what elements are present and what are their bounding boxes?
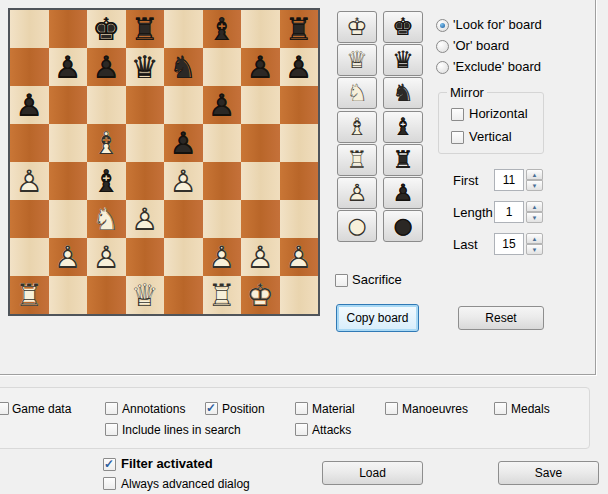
last-spin-down-icon[interactable]: ▼ (526, 244, 543, 255)
last-input[interactable]: 15 (494, 233, 524, 255)
black-piece-glyph: ♝ (203, 10, 242, 48)
sacrifice-checkbox[interactable] (335, 274, 348, 287)
white-piece-glyph: ♖ (338, 145, 376, 175)
piece-button-black-any[interactable]: ●○ (383, 210, 423, 242)
search-options-panel (0, 387, 590, 449)
board-grid: ♚♔♜♖♝♗♜♖♟♙♟♙♛♕♞♘♟♙♟♙♟♙♟♙♝♗♟♙♟♙♝♗♟♙♞♘♟♙♟♙… (10, 10, 318, 314)
white-piece-glyph: ♗ (87, 124, 126, 162)
white-piece-glyph: ♜ (203, 276, 242, 314)
black-piece-glyph: ♙ (280, 48, 319, 86)
square-f4[interactable] (203, 162, 242, 200)
square-e5[interactable]: ♟♙ (164, 124, 203, 162)
square-h6[interactable] (280, 86, 319, 124)
square-d4[interactable] (126, 162, 165, 200)
medals-checkbox[interactable] (494, 402, 507, 415)
radio-look-for-board[interactable] (436, 19, 449, 32)
square-c6[interactable] (87, 86, 126, 124)
white-piece-glyph: ♟ (164, 162, 203, 200)
square-c4[interactable]: ♝♗ (87, 162, 126, 200)
black-piece-glyph: ♗ (87, 162, 126, 200)
black-piece-glyph: ♛ (126, 48, 165, 86)
square-d8[interactable]: ♜♖ (126, 10, 165, 48)
square-h8[interactable]: ♜♖ (280, 10, 319, 48)
square-f5[interactable] (203, 124, 242, 162)
black-piece-glyph: ♚ (384, 12, 422, 42)
black-piece-glyph: ♟ (49, 48, 88, 86)
white-piece-glyph: ♝ (338, 112, 376, 142)
white-piece-glyph: ♙ (87, 238, 126, 276)
length-spin-up-icon[interactable]: ▲ (526, 201, 543, 212)
square-f7[interactable] (203, 48, 242, 86)
white-piece-glyph: ♟ (49, 238, 88, 276)
piece-button-white-rook[interactable]: ♜♖ (337, 144, 377, 176)
square-b2[interactable]: ♟♙ (49, 238, 88, 276)
square-h3[interactable] (280, 200, 319, 238)
square-e3[interactable] (164, 200, 203, 238)
black-piece-glyph: ♟ (203, 86, 242, 124)
black-piece-glyph: ♙ (203, 86, 242, 124)
filter-activated-checkbox[interactable] (103, 458, 116, 471)
white-piece-glyph: ♙ (164, 162, 203, 200)
black-piece-glyph: ♟ (10, 86, 49, 124)
square-f1[interactable]: ♜♖ (203, 276, 242, 314)
square-g4[interactable] (241, 162, 280, 200)
mirror-groupbox (438, 92, 544, 154)
black-piece-glyph: ♟ (87, 48, 126, 86)
mirror-horizontal-checkbox[interactable] (451, 108, 464, 121)
square-a5[interactable] (10, 124, 49, 162)
black-piece-glyph: ♗ (203, 10, 242, 48)
black-piece-glyph: ♞ (164, 48, 203, 86)
square-a3[interactable] (10, 200, 49, 238)
square-g7[interactable]: ♟♙ (241, 48, 280, 86)
piece-button-white-any[interactable]: ●○ (337, 210, 377, 242)
white-piece-glyph: ♟ (10, 162, 49, 200)
square-f6[interactable]: ♟♙ (203, 86, 242, 124)
black-piece-glyph: ♙ (87, 48, 126, 86)
length-input[interactable]: 1 (494, 201, 524, 223)
square-b5[interactable] (49, 124, 88, 162)
include-lines-checkbox[interactable] (105, 423, 118, 436)
white-piece-glyph: ♝ (87, 124, 126, 162)
white-piece-glyph: ♖ (203, 276, 242, 314)
square-g5[interactable] (241, 124, 280, 162)
white-piece-glyph: ○ (338, 211, 376, 241)
square-c2[interactable]: ♟♙ (87, 238, 126, 276)
square-d7[interactable]: ♛♕ (126, 48, 165, 86)
white-piece-glyph: ● (338, 211, 376, 241)
square-h2[interactable]: ♟♙ (280, 238, 319, 276)
white-piece-glyph: ♟ (280, 238, 319, 276)
piece-button-black-rook[interactable]: ♜♖ (383, 144, 423, 176)
square-b3[interactable] (49, 200, 88, 238)
square-d1[interactable]: ♛♕ (126, 276, 165, 314)
black-piece-glyph: ♝ (384, 112, 422, 142)
last-spinner: ▲ ▼ (526, 233, 543, 255)
square-d6[interactable] (126, 86, 165, 124)
square-c5[interactable]: ♝♗ (87, 124, 126, 162)
last-spin-up-icon[interactable]: ▲ (526, 233, 543, 244)
square-c8[interactable]: ♚♔ (87, 10, 126, 48)
material-checkbox[interactable] (295, 402, 308, 415)
piece-button-white-king[interactable]: ♚♔ (337, 11, 377, 43)
first-spin-up-icon[interactable]: ▲ (526, 169, 543, 180)
square-d3[interactable]: ♟♙ (126, 200, 165, 238)
black-piece-glyph: ♙ (384, 178, 422, 208)
filter-activated-label: Filter activated (121, 457, 213, 471)
white-piece-glyph: ♙ (10, 162, 49, 200)
piece-button-black-pawn[interactable]: ♟♙ (383, 177, 423, 209)
first-spinner: ▲ ▼ (526, 169, 543, 191)
black-piece-glyph: ♕ (384, 45, 422, 75)
mirror-title: Mirror (447, 86, 487, 99)
black-piece-glyph: ♟ (384, 178, 422, 208)
white-piece-glyph: ♟ (338, 178, 376, 208)
square-g8[interactable] (241, 10, 280, 48)
square-c3[interactable]: ♞♘ (87, 200, 126, 238)
radio-or-board[interactable] (436, 40, 449, 53)
square-h1[interactable] (280, 276, 319, 314)
square-a7[interactable] (10, 48, 49, 86)
square-e7[interactable]: ♞♘ (164, 48, 203, 86)
white-piece-glyph: ♙ (280, 238, 319, 276)
material-label: Material (312, 402, 355, 416)
sacrifice-label: Sacrifice (352, 273, 402, 287)
black-piece-glyph: ♙ (49, 48, 88, 86)
square-a4[interactable]: ♟♙ (10, 162, 49, 200)
square-g1[interactable]: ♚♔ (241, 276, 280, 314)
square-c7[interactable]: ♟♙ (87, 48, 126, 86)
first-label: First (453, 174, 478, 188)
position-label: Position (222, 402, 265, 416)
white-piece-glyph: ♟ (126, 200, 165, 238)
black-piece-glyph: ○ (384, 211, 422, 241)
white-piece-glyph: ♛ (338, 45, 376, 75)
black-piece-glyph: ♔ (87, 10, 126, 48)
white-piece-glyph: ♞ (87, 200, 126, 238)
square-e1[interactable] (164, 276, 203, 314)
white-piece-glyph: ♟ (203, 238, 242, 276)
annotations-checkbox[interactable] (105, 402, 118, 415)
square-e6[interactable] (164, 86, 203, 124)
square-f8[interactable]: ♝♗ (203, 10, 242, 48)
white-piece-glyph: ♕ (338, 45, 376, 75)
load-button[interactable]: Load (322, 461, 423, 485)
square-a2[interactable] (10, 238, 49, 276)
length-spinner: ▲ ▼ (526, 201, 543, 223)
black-piece-glyph: ♚ (87, 10, 126, 48)
first-spin-down-icon[interactable]: ▼ (526, 180, 543, 191)
annotations-label: Annotations (122, 402, 185, 416)
black-piece-glyph: ♕ (126, 48, 165, 86)
save-button[interactable]: Save (498, 461, 599, 485)
white-piece-glyph: ♚ (241, 276, 280, 314)
include-lines-label: Include lines in search (122, 423, 241, 437)
white-piece-glyph: ♙ (203, 238, 242, 276)
square-d2[interactable] (126, 238, 165, 276)
square-f3[interactable] (203, 200, 242, 238)
square-a8[interactable] (10, 10, 49, 48)
black-piece-glyph: ♜ (280, 10, 319, 48)
manoeuvres-label: Manoeuvres (402, 402, 468, 416)
mirror-vertical-label: Vertical (469, 130, 512, 144)
square-c1[interactable] (87, 276, 126, 314)
white-piece-glyph: ♟ (87, 238, 126, 276)
white-piece-glyph: ♛ (126, 276, 165, 314)
radio-look-for-label: 'Look for' board (453, 18, 542, 32)
black-piece-glyph: ♟ (280, 48, 319, 86)
square-f2[interactable]: ♟♙ (203, 238, 242, 276)
square-e2[interactable] (164, 238, 203, 276)
black-piece-glyph: ♖ (280, 10, 319, 48)
attacks-checkbox[interactable] (295, 423, 308, 436)
square-h4[interactable] (280, 162, 319, 200)
black-piece-glyph: ♟ (164, 124, 203, 162)
white-piece-glyph: ♚ (338, 12, 376, 42)
white-piece-glyph: ♔ (338, 12, 376, 42)
square-e4[interactable]: ♟♙ (164, 162, 203, 200)
black-piece-glyph: ♞ (384, 78, 422, 108)
square-h7[interactable]: ♟♙ (280, 48, 319, 86)
square-g2[interactable]: ♟♙ (241, 238, 280, 276)
black-piece-glyph: ♙ (241, 48, 280, 86)
last-label: Last (453, 238, 478, 252)
black-piece-glyph: ♙ (10, 86, 49, 124)
always-advanced-checkbox[interactable] (103, 477, 116, 490)
white-piece-glyph: ♙ (241, 238, 280, 276)
white-piece-glyph: ♘ (87, 200, 126, 238)
piece-button-white-queen[interactable]: ♛♕ (337, 44, 377, 76)
white-piece-glyph: ♙ (126, 200, 165, 238)
piece-button-white-bishop[interactable]: ♝♗ (337, 111, 377, 143)
radio-exclude-label: 'Exclude' board (453, 60, 541, 74)
square-b7[interactable]: ♟♙ (49, 48, 88, 86)
square-g6[interactable] (241, 86, 280, 124)
attacks-label: Attacks (312, 423, 351, 437)
square-b1[interactable] (49, 276, 88, 314)
chess-board[interactable]: ♚♔♜♖♝♗♜♖♟♙♟♙♛♕♞♘♟♙♟♙♟♙♟♙♝♗♟♙♟♙♝♗♟♙♞♘♟♙♟♙… (8, 8, 320, 316)
piece-button-black-queen[interactable]: ♛♕ (383, 44, 423, 76)
manoeuvres-checkbox[interactable] (385, 402, 398, 415)
black-piece-glyph: ♘ (164, 48, 203, 86)
white-piece-glyph: ♜ (338, 145, 376, 175)
white-piece-glyph: ♘ (338, 78, 376, 108)
piece-button-black-knight[interactable]: ♞♘ (383, 77, 423, 109)
piece-button-black-bishop[interactable]: ♝♗ (383, 111, 423, 143)
game-data-checkbox[interactable] (0, 402, 9, 415)
white-piece-glyph: ♟ (241, 238, 280, 276)
square-b4[interactable] (49, 162, 88, 200)
black-piece-glyph: ● (384, 211, 422, 241)
position-checkbox[interactable] (205, 402, 218, 415)
white-piece-glyph: ♜ (10, 276, 49, 314)
square-e8[interactable] (164, 10, 203, 48)
black-piece-glyph: ♖ (384, 145, 422, 175)
always-advanced-label: Always advanced dialog (121, 477, 250, 491)
mirror-vertical-checkbox[interactable] (451, 131, 464, 144)
length-label: Length (453, 206, 493, 220)
black-piece-glyph: ♜ (384, 145, 422, 175)
white-piece-glyph: ♔ (241, 276, 280, 314)
radio-or-label: 'Or' board (453, 39, 509, 53)
square-b8[interactable] (49, 10, 88, 48)
radio-exclude-board[interactable] (436, 61, 449, 74)
first-input[interactable]: 11 (494, 169, 524, 191)
square-b6[interactable] (49, 86, 88, 124)
black-piece-glyph: ♘ (384, 78, 422, 108)
black-piece-glyph: ♔ (384, 12, 422, 42)
white-piece-glyph: ♕ (126, 276, 165, 314)
medals-label: Medals (511, 402, 550, 416)
square-h5[interactable] (280, 124, 319, 162)
reset-button[interactable]: Reset (458, 306, 544, 330)
square-d5[interactable] (126, 124, 165, 162)
black-piece-glyph: ♖ (126, 10, 165, 48)
square-a6[interactable]: ♟♙ (10, 86, 49, 124)
copy-board-button[interactable]: Copy board (336, 304, 419, 332)
square-a1[interactable]: ♜♖ (10, 276, 49, 314)
game-data-label: Game data (12, 402, 71, 416)
white-piece-glyph: ♙ (49, 238, 88, 276)
piece-button-black-king[interactable]: ♚♔ (383, 11, 423, 43)
white-piece-glyph: ♖ (10, 276, 49, 314)
mirror-horizontal-label: Horizontal (469, 107, 528, 121)
black-piece-glyph: ♛ (384, 45, 422, 75)
black-piece-glyph: ♗ (384, 112, 422, 142)
piece-button-white-knight[interactable]: ♞♘ (337, 77, 377, 109)
white-piece-glyph: ♞ (338, 78, 376, 108)
black-piece-glyph: ♟ (241, 48, 280, 86)
black-piece-glyph: ♝ (87, 162, 126, 200)
black-piece-glyph: ♙ (164, 124, 203, 162)
piece-button-white-pawn[interactable]: ♟♙ (337, 177, 377, 209)
square-g3[interactable] (241, 200, 280, 238)
length-spin-down-icon[interactable]: ▼ (526, 212, 543, 223)
white-piece-glyph: ♙ (338, 178, 376, 208)
white-piece-glyph: ♗ (338, 112, 376, 142)
black-piece-glyph: ♜ (126, 10, 165, 48)
